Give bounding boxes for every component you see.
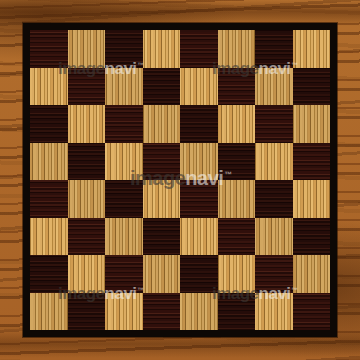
board-square[interactable] xyxy=(293,68,331,106)
board-square[interactable] xyxy=(255,293,293,331)
board-square[interactable] xyxy=(143,180,181,218)
board-square[interactable] xyxy=(68,218,106,256)
board-square[interactable] xyxy=(105,68,143,106)
board-square[interactable] xyxy=(30,293,68,331)
board-square[interactable] xyxy=(180,180,218,218)
board-square[interactable] xyxy=(30,105,68,143)
board-square[interactable] xyxy=(180,218,218,256)
board-square[interactable] xyxy=(293,143,331,181)
board-square[interactable] xyxy=(218,218,256,256)
board-square[interactable] xyxy=(30,218,68,256)
board-square[interactable] xyxy=(255,218,293,256)
board-square[interactable] xyxy=(293,293,331,331)
board-square[interactable] xyxy=(180,143,218,181)
board-square[interactable] xyxy=(68,68,106,106)
board-square[interactable] xyxy=(143,68,181,106)
board-square[interactable] xyxy=(68,180,106,218)
board-square[interactable] xyxy=(255,255,293,293)
board-square[interactable] xyxy=(180,68,218,106)
board-square[interactable] xyxy=(180,293,218,331)
board-square[interactable] xyxy=(105,255,143,293)
board-square[interactable] xyxy=(218,255,256,293)
board-square[interactable] xyxy=(218,143,256,181)
board-square[interactable] xyxy=(218,293,256,331)
board-square[interactable] xyxy=(255,180,293,218)
board-square[interactable] xyxy=(105,218,143,256)
board-square[interactable] xyxy=(30,68,68,106)
board-square[interactable] xyxy=(255,105,293,143)
board-square[interactable] xyxy=(293,180,331,218)
board-square[interactable] xyxy=(143,218,181,256)
board-square[interactable] xyxy=(30,180,68,218)
board-square[interactable] xyxy=(68,255,106,293)
board-square[interactable] xyxy=(180,255,218,293)
board-square[interactable] xyxy=(105,180,143,218)
board-square[interactable] xyxy=(255,30,293,68)
board-square[interactable] xyxy=(68,293,106,331)
board-square[interactable] xyxy=(218,30,256,68)
board-square[interactable] xyxy=(143,255,181,293)
board-square[interactable] xyxy=(218,105,256,143)
board-square[interactable] xyxy=(180,30,218,68)
board-square[interactable] xyxy=(105,293,143,331)
board-square[interactable] xyxy=(30,143,68,181)
board-grid xyxy=(30,30,330,330)
board-square[interactable] xyxy=(255,143,293,181)
board-square[interactable] xyxy=(68,143,106,181)
board-square[interactable] xyxy=(30,255,68,293)
board-square[interactable] xyxy=(68,30,106,68)
board-square[interactable] xyxy=(143,293,181,331)
board-square[interactable] xyxy=(293,30,331,68)
board-square[interactable] xyxy=(293,255,331,293)
board-square[interactable] xyxy=(218,180,256,218)
board-square[interactable] xyxy=(180,105,218,143)
board-square[interactable] xyxy=(105,143,143,181)
board-square[interactable] xyxy=(143,30,181,68)
board-square[interactable] xyxy=(105,30,143,68)
wood-table-background: imagenavi™imagenavi™imagenavi™imagenavi™… xyxy=(0,0,360,360)
chessboard xyxy=(23,23,337,337)
board-square[interactable] xyxy=(105,105,143,143)
board-square[interactable] xyxy=(30,30,68,68)
board-square[interactable] xyxy=(293,105,331,143)
board-square[interactable] xyxy=(218,68,256,106)
board-square[interactable] xyxy=(255,68,293,106)
board-square[interactable] xyxy=(143,143,181,181)
board-square[interactable] xyxy=(68,105,106,143)
board-square[interactable] xyxy=(143,105,181,143)
board-square[interactable] xyxy=(293,218,331,256)
